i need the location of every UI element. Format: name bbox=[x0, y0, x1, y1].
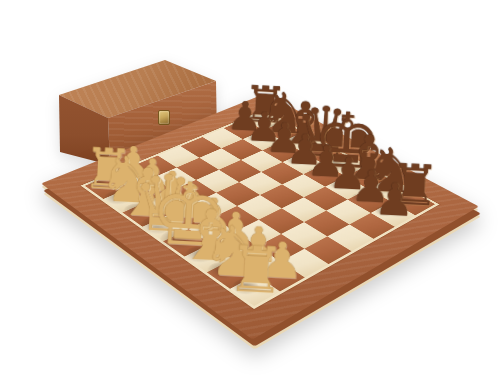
board-grid bbox=[85, 111, 435, 306]
chess-set-scene: ♜♞♝♛♚♝♞♜♟♟♟♟♟♟♟♟♟♟♟♟♟♟♟♟♜♞♝♛♚♝♞♜ bbox=[0, 0, 500, 375]
board-edge-shadow bbox=[105, 40, 415, 350]
chess-board bbox=[41, 94, 479, 340]
